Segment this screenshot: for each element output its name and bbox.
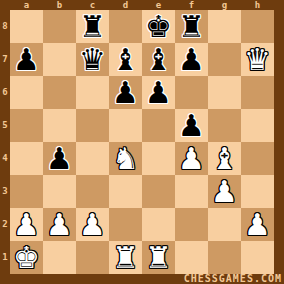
square-e2 bbox=[142, 208, 175, 241]
file-labels: abcdefgh bbox=[10, 0, 274, 10]
square-f3 bbox=[175, 175, 208, 208]
square-f2 bbox=[175, 208, 208, 241]
square-g2 bbox=[208, 208, 241, 241]
square-b3 bbox=[43, 175, 76, 208]
square-h6 bbox=[241, 76, 274, 109]
square-e7: ♝ bbox=[142, 43, 175, 76]
square-h3 bbox=[241, 175, 274, 208]
square-b2: ♟ bbox=[43, 208, 76, 241]
rank-label-6: 6 bbox=[0, 76, 10, 109]
square-d3 bbox=[109, 175, 142, 208]
piece-black-king-e8: ♚ bbox=[145, 10, 172, 43]
square-c6 bbox=[76, 76, 109, 109]
board: ♜♚♜♟♛♝♝♟♛♟♟♟♟♞♟♝♟♟♟♟♟♚♜♜ bbox=[10, 10, 274, 274]
piece-white-pawn-b2: ♟ bbox=[46, 208, 73, 241]
square-e3 bbox=[142, 175, 175, 208]
rank-label-5: 5 bbox=[0, 109, 10, 142]
rank-label-1: 1 bbox=[0, 241, 10, 274]
piece-white-pawn-c2: ♟ bbox=[79, 208, 106, 241]
square-b4: ♟ bbox=[43, 142, 76, 175]
rank-label-2: 2 bbox=[0, 208, 10, 241]
piece-black-rook-c8: ♜ bbox=[79, 10, 106, 43]
square-a7: ♟ bbox=[10, 43, 43, 76]
square-b5 bbox=[43, 109, 76, 142]
square-h7: ♛ bbox=[241, 43, 274, 76]
piece-black-pawn-a7: ♟ bbox=[13, 43, 40, 76]
square-f4: ♟ bbox=[175, 142, 208, 175]
square-c4 bbox=[76, 142, 109, 175]
square-e5 bbox=[142, 109, 175, 142]
piece-black-rook-f8: ♜ bbox=[178, 10, 205, 43]
square-e6: ♟ bbox=[142, 76, 175, 109]
square-c5 bbox=[76, 109, 109, 142]
square-e8: ♚ bbox=[142, 10, 175, 43]
square-g8 bbox=[208, 10, 241, 43]
piece-white-pawn-g3: ♟ bbox=[211, 175, 238, 208]
square-f8: ♜ bbox=[175, 10, 208, 43]
square-g3: ♟ bbox=[208, 175, 241, 208]
square-h2: ♟ bbox=[241, 208, 274, 241]
piece-white-knight-d4: ♞ bbox=[112, 142, 139, 175]
square-b7 bbox=[43, 43, 76, 76]
square-c8: ♜ bbox=[76, 10, 109, 43]
square-e4 bbox=[142, 142, 175, 175]
piece-white-pawn-a2: ♟ bbox=[13, 208, 40, 241]
rank-labels: 87654321 bbox=[0, 10, 10, 274]
piece-black-bishop-d7: ♝ bbox=[112, 43, 139, 76]
square-d6: ♟ bbox=[109, 76, 142, 109]
piece-white-bishop-g4: ♝ bbox=[211, 142, 238, 175]
square-h8 bbox=[241, 10, 274, 43]
file-label-g: g bbox=[208, 0, 241, 10]
file-label-h: h bbox=[241, 0, 274, 10]
square-d1: ♜ bbox=[109, 241, 142, 274]
piece-white-rook-e1: ♜ bbox=[145, 241, 172, 274]
square-g4: ♝ bbox=[208, 142, 241, 175]
square-d8 bbox=[109, 10, 142, 43]
square-b1 bbox=[43, 241, 76, 274]
square-b8 bbox=[43, 10, 76, 43]
square-a1: ♚ bbox=[10, 241, 43, 274]
chess-diagram: abcdefgh 87654321 ♜♚♜♟♛♝♝♟♛♟♟♟♟♞♟♝♟♟♟♟♟♚… bbox=[0, 0, 284, 284]
square-h5 bbox=[241, 109, 274, 142]
square-a6 bbox=[10, 76, 43, 109]
square-g5 bbox=[208, 109, 241, 142]
square-a2: ♟ bbox=[10, 208, 43, 241]
piece-white-rook-d1: ♜ bbox=[112, 241, 139, 274]
piece-black-pawn-f7: ♟ bbox=[178, 43, 205, 76]
square-c3 bbox=[76, 175, 109, 208]
piece-black-pawn-b4: ♟ bbox=[46, 142, 73, 175]
square-g6 bbox=[208, 76, 241, 109]
piece-black-queen-c7: ♛ bbox=[79, 43, 106, 76]
piece-black-pawn-f5: ♟ bbox=[178, 109, 205, 142]
square-f5: ♟ bbox=[175, 109, 208, 142]
piece-black-bishop-e7: ♝ bbox=[145, 43, 172, 76]
square-f6 bbox=[175, 76, 208, 109]
square-g7 bbox=[208, 43, 241, 76]
square-f1 bbox=[175, 241, 208, 274]
piece-white-king-a1: ♚ bbox=[13, 241, 40, 274]
square-c7: ♛ bbox=[76, 43, 109, 76]
square-d2 bbox=[109, 208, 142, 241]
square-a4 bbox=[10, 142, 43, 175]
file-label-d: d bbox=[109, 0, 142, 10]
square-a3 bbox=[10, 175, 43, 208]
square-g1 bbox=[208, 241, 241, 274]
rank-label-8: 8 bbox=[0, 10, 10, 43]
rank-label-4: 4 bbox=[0, 142, 10, 175]
square-d7: ♝ bbox=[109, 43, 142, 76]
rank-label-7: 7 bbox=[0, 43, 10, 76]
square-e1: ♜ bbox=[142, 241, 175, 274]
square-d5 bbox=[109, 109, 142, 142]
file-label-a: a bbox=[10, 0, 43, 10]
square-f7: ♟ bbox=[175, 43, 208, 76]
file-label-b: b bbox=[43, 0, 76, 10]
square-d4: ♞ bbox=[109, 142, 142, 175]
square-c1 bbox=[76, 241, 109, 274]
piece-white-pawn-h2: ♟ bbox=[244, 208, 271, 241]
square-a8 bbox=[10, 10, 43, 43]
piece-black-pawn-d6: ♟ bbox=[112, 76, 139, 109]
piece-white-queen-h7: ♛ bbox=[244, 43, 271, 76]
square-c2: ♟ bbox=[76, 208, 109, 241]
footer-bar: CHESSGAMES.COM bbox=[0, 274, 284, 284]
rank-label-3: 3 bbox=[0, 175, 10, 208]
piece-white-pawn-f4: ♟ bbox=[178, 142, 205, 175]
square-h1 bbox=[241, 241, 274, 274]
piece-black-pawn-e6: ♟ bbox=[145, 76, 172, 109]
square-h4 bbox=[241, 142, 274, 175]
square-b6 bbox=[43, 76, 76, 109]
brand-label: CHESSGAMES.COM bbox=[184, 274, 282, 284]
square-a5 bbox=[10, 109, 43, 142]
